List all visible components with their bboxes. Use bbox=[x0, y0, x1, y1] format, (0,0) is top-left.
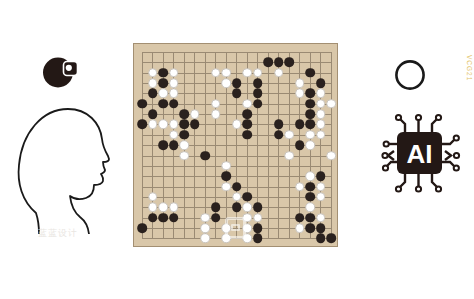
stones-layer bbox=[134, 44, 337, 246]
white-stone bbox=[158, 202, 168, 212]
white-stone bbox=[158, 89, 168, 99]
black-stone bbox=[326, 234, 336, 244]
white-stone bbox=[316, 130, 326, 140]
black-stone bbox=[316, 78, 326, 88]
white-stone bbox=[148, 78, 158, 88]
black-stone bbox=[158, 99, 168, 109]
white-stone bbox=[221, 68, 231, 78]
white-stone bbox=[284, 130, 294, 140]
black-stone bbox=[190, 120, 200, 130]
black-stone bbox=[305, 192, 315, 202]
black-stone bbox=[316, 223, 326, 233]
black-stone bbox=[305, 213, 315, 223]
black-stone bbox=[200, 151, 210, 161]
white-stone bbox=[295, 223, 305, 233]
black-stone bbox=[137, 99, 147, 109]
white-stone bbox=[211, 68, 221, 78]
white-stone bbox=[316, 99, 326, 109]
head-outline-path bbox=[19, 109, 109, 234]
white-stone bbox=[169, 130, 179, 140]
white-stone bbox=[200, 213, 210, 223]
black-stone bbox=[305, 68, 315, 78]
white-stone bbox=[295, 78, 305, 88]
white-stone bbox=[232, 120, 242, 130]
white-stone bbox=[305, 202, 315, 212]
white-stone bbox=[305, 171, 315, 181]
white-stone bbox=[148, 192, 158, 202]
white-stone bbox=[169, 78, 179, 88]
black-stone bbox=[253, 99, 263, 109]
white-stone bbox=[169, 89, 179, 99]
black-stone bbox=[232, 182, 242, 192]
white-stone bbox=[200, 223, 210, 233]
black-stone bbox=[158, 213, 168, 223]
black-stone bbox=[274, 130, 284, 140]
white-stone bbox=[232, 192, 242, 202]
black-stone bbox=[253, 78, 263, 88]
human-head-icon bbox=[14, 99, 110, 235]
white-stone bbox=[253, 213, 263, 223]
black-stone bbox=[158, 68, 168, 78]
white-stone bbox=[242, 68, 252, 78]
watermark-id: VCG21 bbox=[466, 55, 473, 81]
illustration-canvas: 视觉中国 bbox=[0, 0, 474, 299]
white-stone bbox=[179, 140, 189, 150]
white-stone bbox=[211, 99, 221, 109]
white-stone bbox=[179, 151, 189, 161]
black-stone bbox=[274, 120, 284, 130]
black-stone bbox=[242, 109, 252, 119]
white-stone-shape bbox=[396, 61, 423, 88]
go-board: 视觉中国 bbox=[133, 43, 338, 247]
black-stone bbox=[305, 120, 315, 130]
white-stone bbox=[148, 68, 158, 78]
white-stone bbox=[158, 120, 168, 130]
black-stone bbox=[242, 120, 252, 130]
white-stone bbox=[169, 202, 179, 212]
ai-chip-label: AI bbox=[407, 139, 433, 169]
black-stone bbox=[242, 192, 252, 202]
white-stone bbox=[274, 68, 284, 78]
white-stone bbox=[326, 99, 336, 109]
black-stone bbox=[179, 109, 189, 119]
black-stone bbox=[253, 89, 263, 99]
black-stone bbox=[316, 171, 326, 181]
white-stone bbox=[148, 120, 158, 130]
white-stone bbox=[295, 89, 305, 99]
white-stone bbox=[316, 213, 326, 223]
white-stone bbox=[316, 182, 326, 192]
black-stone bbox=[295, 140, 305, 150]
black-stone bbox=[137, 120, 147, 130]
black-stone bbox=[253, 223, 263, 233]
black-stone bbox=[158, 140, 168, 150]
white-stone bbox=[211, 109, 221, 119]
black-stone bbox=[305, 99, 315, 109]
black-stone-badge-icon bbox=[42, 56, 82, 90]
white-stone bbox=[169, 120, 179, 130]
black-stone bbox=[295, 120, 305, 130]
white-stone-icon bbox=[394, 59, 426, 91]
white-stone bbox=[316, 109, 326, 119]
black-stone bbox=[211, 202, 221, 212]
black-stone bbox=[305, 223, 315, 233]
black-stone bbox=[148, 89, 158, 99]
black-stone bbox=[263, 58, 273, 68]
watermark-bottom-left: 蓝蓝设计 bbox=[38, 227, 78, 240]
white-stone bbox=[316, 120, 326, 130]
black-stone bbox=[274, 58, 284, 68]
white-stone bbox=[148, 202, 158, 212]
black-stone bbox=[232, 78, 242, 88]
black-stone bbox=[253, 202, 263, 212]
white-stone bbox=[316, 192, 326, 202]
black-stone bbox=[316, 234, 326, 244]
photo-badge-dot bbox=[66, 65, 72, 71]
black-stone bbox=[284, 58, 294, 68]
black-stone bbox=[169, 99, 179, 109]
white-stone bbox=[242, 99, 252, 109]
white-stone bbox=[284, 151, 294, 161]
black-stone bbox=[137, 223, 147, 233]
white-stone bbox=[221, 78, 231, 88]
black-stone bbox=[221, 171, 231, 181]
watermark-logo bbox=[225, 217, 246, 239]
white-stone bbox=[200, 234, 210, 244]
white-stone bbox=[305, 140, 315, 150]
black-stone bbox=[232, 202, 242, 212]
ai-chip-icon: AI bbox=[381, 111, 461, 203]
white-stone bbox=[316, 89, 326, 99]
black-stone bbox=[211, 213, 221, 223]
watermark-logo-inner bbox=[231, 224, 240, 231]
white-stone bbox=[253, 68, 263, 78]
black-stone bbox=[305, 182, 315, 192]
black-stone bbox=[253, 234, 263, 244]
black-stone bbox=[242, 130, 252, 140]
black-stone bbox=[295, 213, 305, 223]
white-stone bbox=[242, 202, 252, 212]
white-stone bbox=[169, 68, 179, 78]
black-stone bbox=[305, 109, 315, 119]
black-stone bbox=[169, 140, 179, 150]
black-stone bbox=[232, 89, 242, 99]
black-stone bbox=[148, 109, 158, 119]
black-stone bbox=[179, 130, 189, 140]
white-stone bbox=[326, 151, 336, 161]
black-stone bbox=[305, 89, 315, 99]
white-stone bbox=[221, 161, 231, 171]
white-stone bbox=[305, 130, 315, 140]
black-stone bbox=[169, 213, 179, 223]
white-stone bbox=[295, 182, 305, 192]
white-stone bbox=[190, 109, 200, 119]
black-stone bbox=[158, 78, 168, 88]
white-stone bbox=[221, 182, 231, 192]
black-stone bbox=[148, 213, 158, 223]
black-stone bbox=[179, 120, 189, 130]
